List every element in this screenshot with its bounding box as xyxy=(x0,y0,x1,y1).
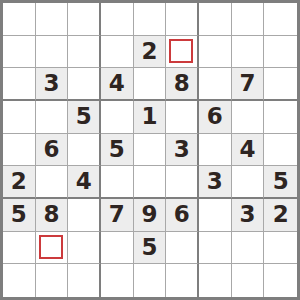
cell-r3c6[interactable]: 8 xyxy=(166,68,199,101)
cell-r4c7[interactable]: 6 xyxy=(199,101,232,134)
cell-r1c8[interactable] xyxy=(232,3,265,36)
cell-r7c5[interactable]: 9 xyxy=(134,199,167,232)
cell-r8c3[interactable] xyxy=(68,232,101,265)
cell-r2c3[interactable] xyxy=(68,36,101,69)
cell-r5c3[interactable] xyxy=(68,134,101,167)
cell-r2c8[interactable] xyxy=(232,36,265,69)
cell-r6c5[interactable] xyxy=(134,166,167,199)
sudoku-board: 234875166534243558796325 xyxy=(0,0,300,300)
cell-r6c7[interactable]: 3 xyxy=(199,166,232,199)
cell-r2c5[interactable]: 2 xyxy=(134,36,167,69)
cell-r1c2[interactable] xyxy=(36,3,69,36)
cell-r6c1[interactable]: 2 xyxy=(3,166,36,199)
cell-r7c8[interactable]: 3 xyxy=(232,199,265,232)
cell-r7c7[interactable] xyxy=(199,199,232,232)
cell-r1c9[interactable] xyxy=(264,3,297,36)
cell-r3c1[interactable] xyxy=(3,68,36,101)
cell-r3c5[interactable] xyxy=(134,68,167,101)
cell-r5c1[interactable] xyxy=(3,134,36,167)
cell-r9c1[interactable] xyxy=(3,264,36,297)
cell-r9c9[interactable] xyxy=(264,264,297,297)
selected-cell-marker xyxy=(39,235,64,260)
cell-r6c3[interactable]: 4 xyxy=(68,166,101,199)
cell-r7c6[interactable]: 6 xyxy=(166,199,199,232)
cell-r9c8[interactable] xyxy=(232,264,265,297)
cell-r5c7[interactable] xyxy=(199,134,232,167)
cell-r9c7[interactable] xyxy=(199,264,232,297)
cell-r4c9[interactable] xyxy=(264,101,297,134)
cell-r4c6[interactable] xyxy=(166,101,199,134)
cell-r8c6[interactable] xyxy=(166,232,199,265)
cell-r5c8[interactable]: 4 xyxy=(232,134,265,167)
cell-r6c9[interactable]: 5 xyxy=(264,166,297,199)
cell-r8c2[interactable] xyxy=(36,232,69,265)
cell-r4c3[interactable]: 5 xyxy=(68,101,101,134)
cell-r9c4[interactable] xyxy=(101,264,134,297)
cell-r3c4[interactable]: 4 xyxy=(101,68,134,101)
cell-r5c2[interactable]: 6 xyxy=(36,134,69,167)
cell-r7c3[interactable] xyxy=(68,199,101,232)
cell-r3c3[interactable] xyxy=(68,68,101,101)
cell-r9c6[interactable] xyxy=(166,264,199,297)
cell-r7c2[interactable]: 8 xyxy=(36,199,69,232)
cell-r5c6[interactable]: 3 xyxy=(166,134,199,167)
cell-r9c2[interactable] xyxy=(36,264,69,297)
cell-r7c1[interactable]: 5 xyxy=(3,199,36,232)
cell-r5c5[interactable] xyxy=(134,134,167,167)
cell-r4c5[interactable]: 1 xyxy=(134,101,167,134)
cell-r2c7[interactable] xyxy=(199,36,232,69)
cell-r2c6[interactable] xyxy=(166,36,199,69)
cell-r4c2[interactable] xyxy=(36,101,69,134)
cell-r1c4[interactable] xyxy=(101,3,134,36)
cell-r3c9[interactable] xyxy=(264,68,297,101)
cell-r7c9[interactable]: 2 xyxy=(264,199,297,232)
cell-r9c3[interactable] xyxy=(68,264,101,297)
cell-r4c8[interactable] xyxy=(232,101,265,134)
cell-r6c2[interactable] xyxy=(36,166,69,199)
cell-r2c1[interactable] xyxy=(3,36,36,69)
cell-r8c5[interactable]: 5 xyxy=(134,232,167,265)
cell-r1c7[interactable] xyxy=(199,3,232,36)
cell-r4c1[interactable] xyxy=(3,101,36,134)
cell-r9c5[interactable] xyxy=(134,264,167,297)
cell-r8c7[interactable] xyxy=(199,232,232,265)
cell-r1c6[interactable] xyxy=(166,3,199,36)
cell-r3c8[interactable]: 7 xyxy=(232,68,265,101)
cell-r2c9[interactable] xyxy=(264,36,297,69)
cell-r7c4[interactable]: 7 xyxy=(101,199,134,232)
cell-r6c6[interactable] xyxy=(166,166,199,199)
cell-r1c5[interactable] xyxy=(134,3,167,36)
cell-r6c4[interactable] xyxy=(101,166,134,199)
cell-r5c9[interactable] xyxy=(264,134,297,167)
cell-r8c4[interactable] xyxy=(101,232,134,265)
cell-r3c2[interactable]: 3 xyxy=(36,68,69,101)
cell-r8c1[interactable] xyxy=(3,232,36,265)
selected-cell-marker xyxy=(169,39,193,64)
cell-r1c1[interactable] xyxy=(3,3,36,36)
cell-r8c9[interactable] xyxy=(264,232,297,265)
cell-r4c4[interactable] xyxy=(101,101,134,134)
cell-r1c3[interactable] xyxy=(68,3,101,36)
cell-r6c8[interactable] xyxy=(232,166,265,199)
cell-r3c7[interactable] xyxy=(199,68,232,101)
cell-r2c4[interactable] xyxy=(101,36,134,69)
cell-r8c8[interactable] xyxy=(232,232,265,265)
cell-r5c4[interactable]: 5 xyxy=(101,134,134,167)
cell-r2c2[interactable] xyxy=(36,36,69,69)
